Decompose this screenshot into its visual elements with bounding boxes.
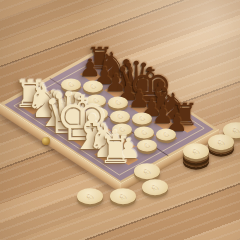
checkers-disc[interactable]: ♘ [156,129,176,141]
checkers-disc[interactable]: ♘ [208,134,234,150]
photo-scene: ♜♞♝♛♚♝♞♜♟♟♟♟♟♟♟♟♟♟♟♟♟♟♟♟♜♞♝♛♚♝♞♜♘♘♘♘♘♘♘♘… [0,0,240,240]
disc-engraving-knight-icon: ♘ [215,138,227,147]
checkers-disc[interactable]: ♘ [77,188,103,204]
white-rook[interactable]: ♜ [99,133,133,170]
disc-engraving-knight-icon: ♘ [139,129,149,136]
checkers-disc[interactable]: ♘ [110,188,136,204]
disc-engraving-knight-icon: ♘ [84,192,96,201]
checkers-disc[interactable]: ♘ [132,113,152,125]
pieces-layer: ♜♞♝♛♚♝♞♜♟♟♟♟♟♟♟♟♟♟♟♟♟♟♟♟♜♞♝♛♚♝♞♜♘♘♘♘♘♘♘♘… [0,0,240,240]
checkers-disc[interactable]: ♘ [183,143,209,159]
disc-engraving-knight-icon: ♘ [113,99,123,106]
disc-engraving-knight-icon: ♘ [142,142,152,149]
disc-engraving-knight-icon: ♘ [149,183,161,192]
checkers-disc[interactable]: ♘ [134,163,160,179]
disc-engraving-knight-icon: ♘ [117,192,129,201]
disc-engraving-knight-icon: ♘ [190,147,202,156]
disc-engraving-knight-icon: ♘ [161,131,171,138]
disc-engraving-knight-icon: ♘ [137,115,147,122]
checkers-disc[interactable]: ♘ [142,179,168,195]
disc-engraving-knight-icon: ♘ [230,126,240,135]
disc-engraving-knight-icon: ♘ [141,167,153,176]
